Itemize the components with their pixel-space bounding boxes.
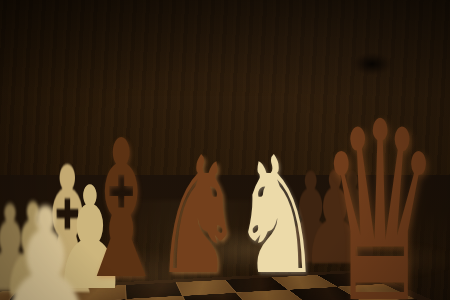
black-queen: ♛ <box>312 89 448 300</box>
white-pawn-foreground: ♟ <box>0 185 107 300</box>
pieces-layer: ♟ ♟ ♝ ♟ ♝ ♞ ♞ ♟ ♟ ♟ ♛ ♟ ♟♝♞♞♛ <box>0 0 450 300</box>
chess-photo-scene: ♟ ♟ ♝ ♟ ♝ ♞ ♞ ♟ ♟ ♟ ♛ ♟ ♟♝♞♞♛ <box>0 0 450 300</box>
